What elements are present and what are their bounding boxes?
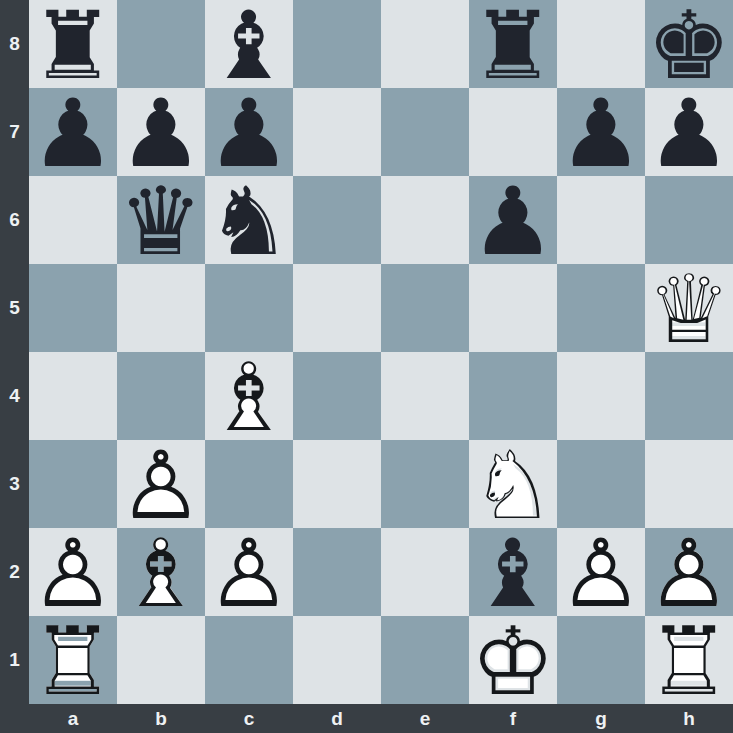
piece-glyph: ♟ [29, 90, 117, 178]
piece-white-rook[interactable]: ♜♖ [645, 616, 733, 704]
square-e3[interactable] [381, 440, 469, 528]
piece-white-bishop[interactable]: ♝♗ [117, 528, 205, 616]
piece-outline: ♕ [645, 266, 733, 354]
square-a2[interactable]: ♟♙ [29, 528, 117, 616]
piece-black-pawn[interactable]: ♟ [557, 88, 645, 176]
file-label-c: c [205, 704, 293, 733]
rank-label-7: 7 [0, 88, 29, 176]
piece-outline: ♗ [205, 354, 293, 442]
piece-outline: ♙ [117, 442, 205, 530]
piece-white-queen[interactable]: ♛♕ [645, 264, 733, 352]
rank-label-8: 8 [0, 0, 29, 88]
piece-white-pawn[interactable]: ♟♙ [29, 528, 117, 616]
piece-glyph: ♟ [645, 90, 733, 178]
square-b7[interactable]: ♟ [117, 88, 205, 176]
square-c2[interactable]: ♟♙ [205, 528, 293, 616]
piece-white-pawn[interactable]: ♟♙ [645, 528, 733, 616]
square-a6[interactable] [29, 176, 117, 264]
piece-white-pawn[interactable]: ♟♙ [205, 528, 293, 616]
piece-white-bishop[interactable]: ♝♗ [205, 352, 293, 440]
square-h6[interactable] [645, 176, 733, 264]
piece-white-pawn[interactable]: ♟♙ [117, 440, 205, 528]
piece-white-pawn[interactable]: ♟♙ [557, 528, 645, 616]
piece-black-pawn[interactable]: ♟ [469, 176, 557, 264]
piece-black-pawn[interactable]: ♟ [645, 88, 733, 176]
square-d2[interactable] [293, 528, 381, 616]
square-a5[interactable] [29, 264, 117, 352]
piece-outline: ♙ [205, 530, 293, 618]
piece-black-rook[interactable]: ♜ [469, 0, 557, 88]
rank-label-6: 6 [0, 176, 29, 264]
square-g3[interactable] [557, 440, 645, 528]
square-f1[interactable]: ♚♔ [469, 616, 557, 704]
piece-black-pawn[interactable]: ♟ [117, 88, 205, 176]
piece-outline: ♙ [557, 530, 645, 618]
square-d1[interactable] [293, 616, 381, 704]
square-f2[interactable]: ♝ [469, 528, 557, 616]
square-a3[interactable] [29, 440, 117, 528]
square-c3[interactable] [205, 440, 293, 528]
rank-label-3: 3 [0, 440, 29, 528]
square-h7[interactable]: ♟ [645, 88, 733, 176]
square-f3[interactable]: ♞♘ [469, 440, 557, 528]
square-c4[interactable]: ♝♗ [205, 352, 293, 440]
piece-glyph: ♟ [469, 178, 557, 266]
square-b5[interactable] [117, 264, 205, 352]
square-g1[interactable] [557, 616, 645, 704]
piece-white-rook[interactable]: ♜♖ [29, 616, 117, 704]
square-e5[interactable] [381, 264, 469, 352]
file-label-g: g [557, 704, 645, 733]
piece-white-knight[interactable]: ♞♘ [469, 440, 557, 528]
piece-outline: ♔ [469, 618, 557, 706]
square-c7[interactable]: ♟ [205, 88, 293, 176]
square-g4[interactable] [557, 352, 645, 440]
rank-label-2: 2 [0, 528, 29, 616]
square-c5[interactable] [205, 264, 293, 352]
square-e1[interactable] [381, 616, 469, 704]
piece-glyph: ♞ [205, 178, 293, 266]
file-label-d: d [293, 704, 381, 733]
piece-black-pawn[interactable]: ♟ [29, 88, 117, 176]
piece-glyph: ♟ [205, 90, 293, 178]
square-e8[interactable] [381, 0, 469, 88]
piece-outline: ♙ [645, 530, 733, 618]
square-a8[interactable]: ♜ [29, 0, 117, 88]
square-g5[interactable] [557, 264, 645, 352]
piece-black-rook[interactable]: ♜ [29, 0, 117, 88]
square-g8[interactable] [557, 0, 645, 88]
file-label-e: e [381, 704, 469, 733]
piece-glyph: ♟ [557, 90, 645, 178]
square-e6[interactable] [381, 176, 469, 264]
square-b1[interactable] [117, 616, 205, 704]
piece-outline: ♙ [29, 530, 117, 618]
piece-black-pawn[interactable]: ♟ [205, 88, 293, 176]
piece-glyph: ♜ [29, 2, 117, 90]
square-g6[interactable] [557, 176, 645, 264]
piece-glyph: ♝ [469, 530, 557, 618]
square-d3[interactable] [293, 440, 381, 528]
square-f6[interactable]: ♟ [469, 176, 557, 264]
square-b6[interactable]: ♛ [117, 176, 205, 264]
square-d6[interactable] [293, 176, 381, 264]
rank-label-4: 4 [0, 352, 29, 440]
square-b8[interactable] [117, 0, 205, 88]
piece-outline: ♘ [469, 442, 557, 530]
rank-label-1: 1 [0, 616, 29, 704]
piece-glyph: ♟ [117, 90, 205, 178]
file-label-b: b [117, 704, 205, 733]
square-h1[interactable]: ♜♖ [645, 616, 733, 704]
square-h2[interactable]: ♟♙ [645, 528, 733, 616]
square-d8[interactable] [293, 0, 381, 88]
piece-black-bishop[interactable]: ♝ [205, 0, 293, 88]
piece-white-king[interactable]: ♚♔ [469, 616, 557, 704]
square-b2[interactable]: ♝♗ [117, 528, 205, 616]
board-corner [0, 704, 29, 733]
piece-glyph: ♜ [469, 2, 557, 90]
square-f8[interactable]: ♜ [469, 0, 557, 88]
piece-black-bishop[interactable]: ♝ [469, 528, 557, 616]
square-c6[interactable]: ♞ [205, 176, 293, 264]
piece-outline: ♗ [117, 530, 205, 618]
piece-black-knight[interactable]: ♞ [205, 176, 293, 264]
chess-board: 8♜♝♜♚7♟♟♟♟♟6♛♞♟5♛♕4♝♗3♟♙♞♘2♟♙♝♗♟♙♝♟♙♟♙1♜… [0, 0, 733, 733]
square-h4[interactable] [645, 352, 733, 440]
piece-glyph: ♝ [205, 2, 293, 90]
square-g2[interactable]: ♟♙ [557, 528, 645, 616]
square-f4[interactable] [469, 352, 557, 440]
square-e2[interactable] [381, 528, 469, 616]
square-a1[interactable]: ♜♖ [29, 616, 117, 704]
piece-black-king[interactable]: ♚ [645, 0, 733, 88]
square-c8[interactable]: ♝ [205, 0, 293, 88]
square-d5[interactable] [293, 264, 381, 352]
square-f5[interactable] [469, 264, 557, 352]
piece-glyph: ♚ [645, 2, 733, 90]
square-g7[interactable]: ♟ [557, 88, 645, 176]
square-h8[interactable]: ♚ [645, 0, 733, 88]
piece-outline: ♖ [645, 618, 733, 706]
piece-glyph: ♛ [117, 178, 205, 266]
rank-label-5: 5 [0, 264, 29, 352]
square-b3[interactable]: ♟♙ [117, 440, 205, 528]
square-h5[interactable]: ♛♕ [645, 264, 733, 352]
square-d7[interactable] [293, 88, 381, 176]
piece-black-queen[interactable]: ♛ [117, 176, 205, 264]
square-d4[interactable] [293, 352, 381, 440]
square-b4[interactable] [117, 352, 205, 440]
square-e7[interactable] [381, 88, 469, 176]
square-e4[interactable] [381, 352, 469, 440]
square-c1[interactable] [205, 616, 293, 704]
square-a7[interactable]: ♟ [29, 88, 117, 176]
square-f7[interactable] [469, 88, 557, 176]
square-a4[interactable] [29, 352, 117, 440]
square-h3[interactable] [645, 440, 733, 528]
piece-outline: ♖ [29, 618, 117, 706]
